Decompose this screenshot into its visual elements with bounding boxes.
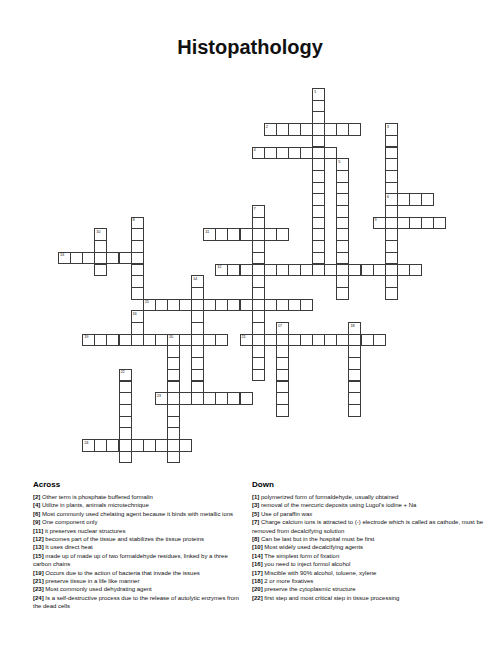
cell[interactable]: [348, 404, 361, 417]
cell-23-start[interactable]: 23: [155, 392, 168, 405]
cell[interactable]: [155, 439, 168, 452]
cell[interactable]: [252, 369, 265, 382]
across-clue-13: [13] It uses direct heat: [33, 543, 246, 551]
down-clue-7: [7] Charge calcium ions is attracted to …: [252, 518, 490, 535]
clue-number-label: [10]: [252, 544, 263, 550]
clue-number-label: [8]: [252, 536, 259, 542]
clue-number-label: [16]: [252, 561, 263, 567]
cell[interactable]: [385, 287, 398, 300]
clue-number-label: [5]: [252, 511, 259, 517]
cell[interactable]: [240, 264, 253, 277]
clue-number-19: 19: [84, 335, 88, 339]
clue-number-6: 6: [387, 195, 389, 199]
down-clues-section: Down [1] polymerized form of formaldehyd…: [252, 480, 490, 602]
clue-number-22: 22: [121, 370, 125, 374]
clue-number-label: [9]: [33, 519, 40, 525]
cell[interactable]: [336, 334, 349, 347]
down-clue-18: [18] 2 or more fixatives: [252, 577, 490, 585]
cell-21-start[interactable]: 21: [240, 334, 253, 347]
cell[interactable]: [179, 392, 192, 405]
clue-number-8: 8: [133, 218, 135, 222]
cell[interactable]: [119, 334, 132, 347]
cell[interactable]: [240, 228, 253, 241]
clue-number-label: [17]: [252, 570, 263, 576]
cell[interactable]: [179, 439, 192, 452]
cell[interactable]: [373, 334, 386, 347]
across-clue-24: [24] Is a self-destructive process due t…: [33, 594, 246, 611]
down-clue-1: [1] polymerized form of formaldehyde, us…: [252, 493, 490, 501]
clue-number-15: 15: [145, 300, 149, 304]
clue-number-24: 24: [84, 441, 88, 445]
clue-number-label: [1]: [252, 494, 259, 500]
cell[interactable]: [373, 264, 386, 277]
clue-number-10: 10: [96, 230, 100, 234]
clue-number-label: [23]: [33, 586, 44, 592]
clue-number-5: 5: [338, 160, 340, 164]
cell[interactable]: [119, 451, 132, 464]
clue-number-9: 9: [375, 218, 377, 222]
down-clue-22: [22] first step and most critical step i…: [252, 594, 490, 602]
across-clue-11: [11] it preserves nuclear structures: [33, 527, 246, 535]
clue-number-1: 1: [314, 90, 316, 94]
clue-number-label: [6]: [33, 511, 40, 517]
cell[interactable]: [300, 147, 313, 160]
clue-number-3: 3: [387, 125, 389, 129]
clue-number-2: 2: [266, 125, 268, 129]
clue-number-label: [7]: [252, 519, 259, 525]
clue-number-label: [12]: [33, 536, 44, 542]
down-clue-5: [5] Use of paraffin wax: [252, 510, 490, 518]
clue-number-label: [24]: [33, 595, 44, 601]
clue-number-12: 12: [217, 265, 221, 269]
cell[interactable]: [119, 252, 132, 265]
across-clues-section: Across [2] Other term is phosphate buffe…: [33, 480, 246, 611]
cell[interactable]: [276, 228, 289, 241]
across-header: Across: [33, 480, 246, 489]
down-clue-14: [14] The simplest form of fixation: [252, 552, 490, 560]
down-clue-3: [3] removal of the mercuric deposits usi…: [252, 501, 490, 509]
across-clue-9: [9] One component only: [33, 518, 246, 526]
cell[interactable]: [336, 287, 349, 300]
clue-number-18: 18: [350, 324, 354, 328]
page-title: Histopathology: [0, 36, 500, 59]
cell[interactable]: [348, 123, 361, 136]
clue-number-13: 13: [60, 253, 64, 257]
cell[interactable]: [324, 264, 337, 277]
cell[interactable]: [82, 252, 95, 265]
across-clue-21: [21] preserve tissue in a life like mann…: [33, 577, 246, 585]
clue-number-11: 11: [205, 230, 209, 234]
down-clue-20: [20] preserve the cytoplasmic structure: [252, 585, 490, 593]
down-header: Down: [252, 480, 490, 489]
cell[interactable]: [167, 451, 180, 464]
clue-number-16: 16: [133, 312, 137, 316]
cell[interactable]: [433, 217, 446, 230]
across-clue-23: [23] Most commonly used dehydrating agen…: [33, 585, 246, 593]
cell[interactable]: [240, 299, 253, 312]
clue-number-7: 7: [254, 207, 256, 211]
clue-number-label: [19]: [33, 570, 44, 576]
across-clue-4: [4] Utilize in plants, animals microtech…: [33, 501, 246, 509]
cell[interactable]: [179, 299, 192, 312]
across-clue-19: [19] Occurs due to the action of bacteri…: [33, 569, 246, 577]
down-clue-8: [8] Can be last but in the hospital must…: [252, 535, 490, 543]
cell[interactable]: [240, 392, 253, 405]
down-clue-list: [1] polymerized form of formaldehyde, us…: [252, 493, 490, 602]
cell[interactable]: [106, 439, 119, 452]
across-clue-2: [2] Other term is phosphate buffered for…: [33, 493, 246, 501]
cell[interactable]: [421, 193, 434, 206]
clue-number-21: 21: [242, 335, 246, 339]
across-clue-6: [6] Most commonly used chelating agent b…: [33, 510, 246, 518]
clue-number-label: [15]: [33, 553, 44, 559]
clue-number-4: 4: [254, 148, 256, 152]
down-clue-17: [17] Miscible with 90% alcohol, toluene,…: [252, 569, 490, 577]
clue-number-label: [4]: [33, 502, 40, 508]
cell[interactable]: [276, 404, 289, 417]
cell[interactable]: [300, 123, 313, 136]
clue-number-label: [3]: [252, 502, 259, 508]
clue-number-23: 23: [157, 394, 161, 398]
cell[interactable]: [264, 334, 277, 347]
cell[interactable]: [179, 334, 192, 347]
clue-number-label: [22]: [252, 595, 263, 601]
cell[interactable]: [300, 299, 313, 312]
clue-number-label: [2]: [33, 494, 40, 500]
cell[interactable]: [94, 264, 107, 277]
cell[interactable]: [300, 264, 313, 277]
across-clue-15: [15] made up of made up of two formaldeh…: [33, 552, 246, 569]
clue-number-label: [21]: [33, 578, 44, 584]
clue-number-20: 20: [169, 335, 173, 339]
clue-number-label: [18]: [252, 578, 263, 584]
cell-9-start[interactable]: 9: [373, 217, 386, 230]
cell[interactable]: [215, 334, 228, 347]
across-clue-12: [12] becomes part of the tissue and stab…: [33, 535, 246, 543]
down-clue-16: [16] you need to inject formol alcohol: [252, 560, 490, 568]
clue-number-17: 17: [278, 324, 282, 328]
down-clue-10: [10] Most widely used decalcifying agent…: [252, 543, 490, 551]
clue-number-label: [14]: [252, 553, 263, 559]
clue-number-label: [20]: [252, 586, 263, 592]
cell[interactable]: [409, 264, 422, 277]
clue-number-label: [11]: [33, 528, 43, 534]
clue-number-label: [13]: [33, 544, 44, 550]
clue-number-14: 14: [193, 277, 197, 281]
across-clue-list: [2] Other term is phosphate buffered for…: [33, 493, 246, 611]
crossword-grid: 123645789101113121415161718192021222324: [58, 88, 448, 463]
